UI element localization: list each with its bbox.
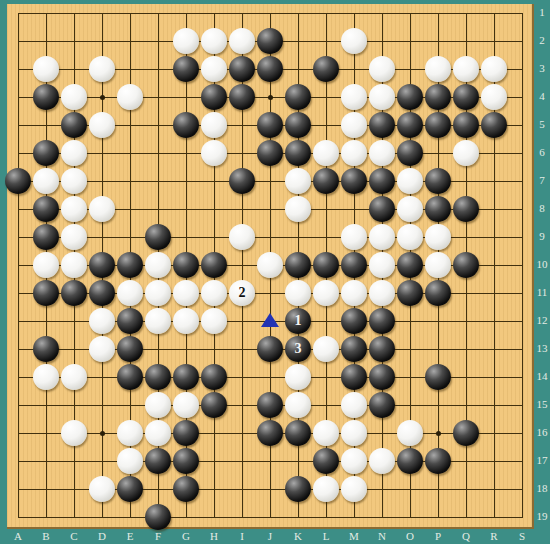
white-stone-L18[interactable] [313,476,339,502]
black-stone-E13[interactable] [117,336,143,362]
black-stone-C5[interactable] [61,112,87,138]
move-3-stone-K13[interactable]: 3 [285,336,311,362]
black-stone-J16[interactable] [257,420,283,446]
black-stone-E10[interactable] [117,252,143,278]
white-stone-H12[interactable] [201,308,227,334]
black-stone-N13[interactable] [369,336,395,362]
column-label-N: N [374,530,390,544]
row-label-1: 1 [534,6,550,20]
white-stone-R4[interactable] [481,84,507,110]
black-stone-J15[interactable] [257,392,283,418]
row-label-11: 11 [534,286,550,300]
white-stone-L13[interactable] [313,336,339,362]
black-stone-K18[interactable] [285,476,311,502]
white-stone-O7[interactable] [397,168,423,194]
white-stone-N9[interactable] [369,224,395,250]
black-stone-N15[interactable] [369,392,395,418]
white-stone-M11[interactable] [341,280,367,306]
white-stone-M18[interactable] [341,476,367,502]
white-stone-D5[interactable] [89,112,115,138]
go-board[interactable]: 213 [7,4,534,529]
black-stone-L10[interactable] [313,252,339,278]
white-stone-D8[interactable] [89,196,115,222]
black-stone-N5[interactable] [369,112,395,138]
white-stone-E11[interactable] [117,280,143,306]
black-stone-N7[interactable] [369,168,395,194]
black-stone-E18[interactable] [117,476,143,502]
black-stone-O6[interactable] [397,140,423,166]
white-stone-B7[interactable] [33,168,59,194]
black-stone-G14[interactable] [173,364,199,390]
row-label-5: 5 [534,118,550,132]
white-stone-O8[interactable] [397,196,423,222]
black-stone-P17[interactable] [425,448,451,474]
black-stone-R5[interactable] [481,112,507,138]
white-stone-K7[interactable] [285,168,311,194]
white-stone-H11[interactable] [201,280,227,306]
column-label-H: H [206,530,222,544]
white-stone-P10[interactable] [425,252,451,278]
column-label-G: G [178,530,194,544]
column-label-O: O [402,530,418,544]
star-point [268,95,273,100]
app-window: { "game": "go", "app": { "description": … [0,0,550,544]
black-stone-M10[interactable] [341,252,367,278]
white-stone-G11[interactable] [173,280,199,306]
black-stone-P14[interactable] [425,364,451,390]
white-stone-M16[interactable] [341,420,367,446]
black-stone-N14[interactable] [369,364,395,390]
white-stone-N17[interactable] [369,448,395,474]
row-label-4: 4 [534,90,550,104]
row-label-18: 18 [534,482,550,496]
white-stone-H5[interactable] [201,112,227,138]
white-stone-C8[interactable] [61,196,87,222]
row-label-6: 6 [534,146,550,160]
black-stone-O4[interactable] [397,84,423,110]
white-stone-C6[interactable] [61,140,87,166]
white-stone-B14[interactable] [33,364,59,390]
column-label-J: J [262,530,278,544]
black-stone-B8[interactable] [33,196,59,222]
black-stone-I4[interactable] [229,84,255,110]
column-label-R: R [486,530,502,544]
row-label-13: 13 [534,342,550,356]
white-stone-F12[interactable] [145,308,171,334]
star-point [436,431,441,436]
white-stone-F10[interactable] [145,252,171,278]
white-stone-Q6[interactable] [453,140,479,166]
black-stone-O17[interactable] [397,448,423,474]
row-label-3: 3 [534,62,550,76]
move-1-stone-K12[interactable]: 1 [285,308,311,334]
white-stone-C14[interactable] [61,364,87,390]
white-stone-M2[interactable] [341,28,367,54]
black-stone-B9[interactable] [33,224,59,250]
black-stone-O10[interactable] [397,252,423,278]
black-stone-D10[interactable] [89,252,115,278]
row-label-10: 10 [534,258,550,272]
black-stone-F9[interactable] [145,224,171,250]
black-stone-K4[interactable] [285,84,311,110]
black-stone-H10[interactable] [201,252,227,278]
white-stone-F11[interactable] [145,280,171,306]
white-stone-L16[interactable] [313,420,339,446]
row-label-7: 7 [534,174,550,188]
white-stone-E17[interactable] [117,448,143,474]
column-label-P: P [430,530,446,544]
black-stone-N8[interactable] [369,196,395,222]
white-stone-R3[interactable] [481,56,507,82]
black-stone-J2[interactable] [257,28,283,54]
black-stone-K16[interactable] [285,420,311,446]
white-stone-G12[interactable] [173,308,199,334]
white-stone-P9[interactable] [425,224,451,250]
black-stone-G10[interactable] [173,252,199,278]
white-stone-H3[interactable] [201,56,227,82]
column-label-Q: Q [458,530,474,544]
white-stone-P3[interactable] [425,56,451,82]
black-stone-B13[interactable] [33,336,59,362]
white-stone-E4[interactable] [117,84,143,110]
row-label-9: 9 [534,230,550,244]
white-stone-B3[interactable] [33,56,59,82]
black-stone-I3[interactable] [229,56,255,82]
column-label-D: D [94,530,110,544]
white-stone-M5[interactable] [341,112,367,138]
black-stone-J13[interactable] [257,336,283,362]
white-stone-D13[interactable] [89,336,115,362]
black-stone-H4[interactable] [201,84,227,110]
white-stone-N4[interactable] [369,84,395,110]
black-stone-O5[interactable] [397,112,423,138]
move-2-stone-I11[interactable]: 2 [229,280,255,306]
white-stone-K15[interactable] [285,392,311,418]
white-stone-O9[interactable] [397,224,423,250]
black-stone-G5[interactable] [173,112,199,138]
white-stone-C9[interactable] [61,224,87,250]
row-label-15: 15 [534,398,550,412]
white-stone-D12[interactable] [89,308,115,334]
black-stone-F19[interactable] [145,504,171,530]
row-label-2: 2 [534,34,550,48]
row-label-16: 16 [534,426,550,440]
column-label-I: I [234,530,250,544]
black-stone-M13[interactable] [341,336,367,362]
white-stone-E16[interactable] [117,420,143,446]
row-label-19: 19 [534,510,550,524]
white-stone-F16[interactable] [145,420,171,446]
black-stone-M14[interactable] [341,364,367,390]
column-label-C: C [66,530,82,544]
white-stone-D18[interactable] [89,476,115,502]
black-stone-G17[interactable] [173,448,199,474]
white-stone-H6[interactable] [201,140,227,166]
black-stone-Q16[interactable] [453,420,479,446]
column-label-K: K [290,530,306,544]
black-stone-M7[interactable] [341,168,367,194]
white-stone-C4[interactable] [61,84,87,110]
star-point [100,431,105,436]
column-label-B: B [38,530,54,544]
white-stone-C10[interactable] [61,252,87,278]
row-label-8: 8 [534,202,550,216]
white-stone-H2[interactable] [201,28,227,54]
black-stone-K10[interactable] [285,252,311,278]
black-stone-P5[interactable] [425,112,451,138]
white-stone-M6[interactable] [341,140,367,166]
white-stone-L6[interactable] [313,140,339,166]
row-label-17: 17 [534,454,550,468]
white-stone-N10[interactable] [369,252,395,278]
white-stone-J10[interactable] [257,252,283,278]
black-stone-G3[interactable] [173,56,199,82]
black-stone-A7[interactable] [5,168,31,194]
black-stone-Q4[interactable] [453,84,479,110]
black-stone-K6[interactable] [285,140,311,166]
black-stone-L7[interactable] [313,168,339,194]
black-stone-D11[interactable] [89,280,115,306]
column-label-A: A [10,530,26,544]
black-stone-J6[interactable] [257,140,283,166]
column-label-S: S [514,530,530,544]
black-stone-G16[interactable] [173,420,199,446]
white-stone-N11[interactable] [369,280,395,306]
white-stone-G2[interactable] [173,28,199,54]
white-stone-M15[interactable] [341,392,367,418]
row-label-12: 12 [534,314,550,328]
black-stone-O11[interactable] [397,280,423,306]
black-stone-M12[interactable] [341,308,367,334]
black-stone-P8[interactable] [425,196,451,222]
black-stone-F14[interactable] [145,364,171,390]
white-stone-N3[interactable] [369,56,395,82]
black-stone-B11[interactable] [33,280,59,306]
white-stone-K8[interactable] [285,196,311,222]
black-stone-Q10[interactable] [453,252,479,278]
white-stone-C16[interactable] [61,420,87,446]
white-stone-M9[interactable] [341,224,367,250]
column-label-M: M [346,530,362,544]
black-stone-F17[interactable] [145,448,171,474]
black-stone-P4[interactable] [425,84,451,110]
white-stone-O16[interactable] [397,420,423,446]
column-label-L: L [318,530,334,544]
white-stone-D3[interactable] [89,56,115,82]
white-stone-Q3[interactable] [453,56,479,82]
column-label-F: F [150,530,166,544]
black-stone-H15[interactable] [201,392,227,418]
grid-line-horizontal [18,517,523,518]
white-stone-K11[interactable] [285,280,311,306]
white-stone-B10[interactable] [33,252,59,278]
black-stone-L17[interactable] [313,448,339,474]
white-stone-M4[interactable] [341,84,367,110]
star-point [100,95,105,100]
black-stone-G18[interactable] [173,476,199,502]
black-stone-L3[interactable] [313,56,339,82]
black-stone-N12[interactable] [369,308,395,334]
white-stone-F15[interactable] [145,392,171,418]
grid-line-vertical [522,13,523,518]
white-stone-N6[interactable] [369,140,395,166]
black-stone-E14[interactable] [117,364,143,390]
black-stone-H14[interactable] [201,364,227,390]
triangle-mark-J12 [261,313,279,327]
black-stone-P11[interactable] [425,280,451,306]
black-stone-E12[interactable] [117,308,143,334]
black-stone-P7[interactable] [425,168,451,194]
black-stone-I7[interactable] [229,168,255,194]
black-stone-Q8[interactable] [453,196,479,222]
column-label-E: E [122,530,138,544]
white-stone-I2[interactable] [229,28,255,54]
black-stone-B6[interactable] [33,140,59,166]
white-stone-K14[interactable] [285,364,311,390]
black-stone-J3[interactable] [257,56,283,82]
row-label-14: 14 [534,370,550,384]
white-stone-C7[interactable] [61,168,87,194]
black-stone-C11[interactable] [61,280,87,306]
black-stone-Q5[interactable] [453,112,479,138]
black-stone-K5[interactable] [285,112,311,138]
black-stone-J5[interactable] [257,112,283,138]
white-stone-G15[interactable] [173,392,199,418]
white-stone-I9[interactable] [229,224,255,250]
black-stone-B4[interactable] [33,84,59,110]
white-stone-L11[interactable] [313,280,339,306]
white-stone-M17[interactable] [341,448,367,474]
